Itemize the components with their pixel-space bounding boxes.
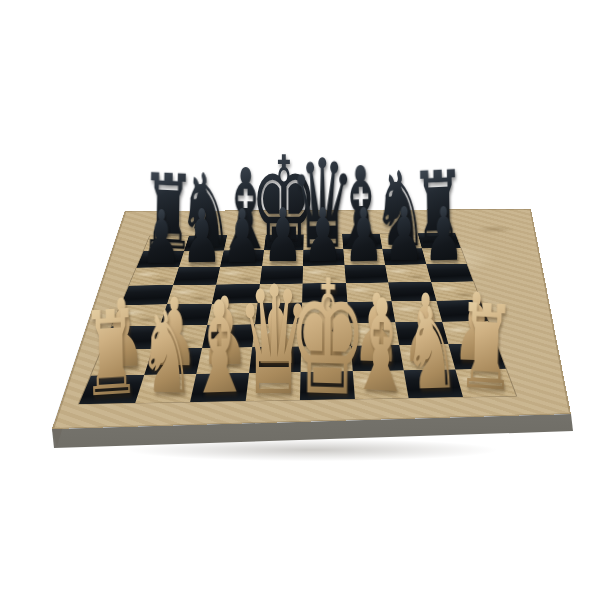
piece-black-pawn-g7: ♟: [384, 197, 424, 271]
piece-white-rook-h1: ♜: [455, 287, 516, 408]
chess-set-product-photo: ♜♞♝♚♛♝♞♜♟♟♟♟♟♟♟♟♟♟♟♟♟♟♟♟♜♞♝♛♚♝♞♜: [0, 0, 600, 600]
piece-black-pawn-a7: ♟: [141, 199, 181, 274]
piece-white-rook-a1: ♜: [81, 293, 142, 414]
piece-white-knight-g1: ♞: [403, 292, 461, 407]
piece-black-pawn-b7: ♟: [181, 199, 221, 273]
piece-black-pawn-h7: ♟: [423, 196, 463, 271]
